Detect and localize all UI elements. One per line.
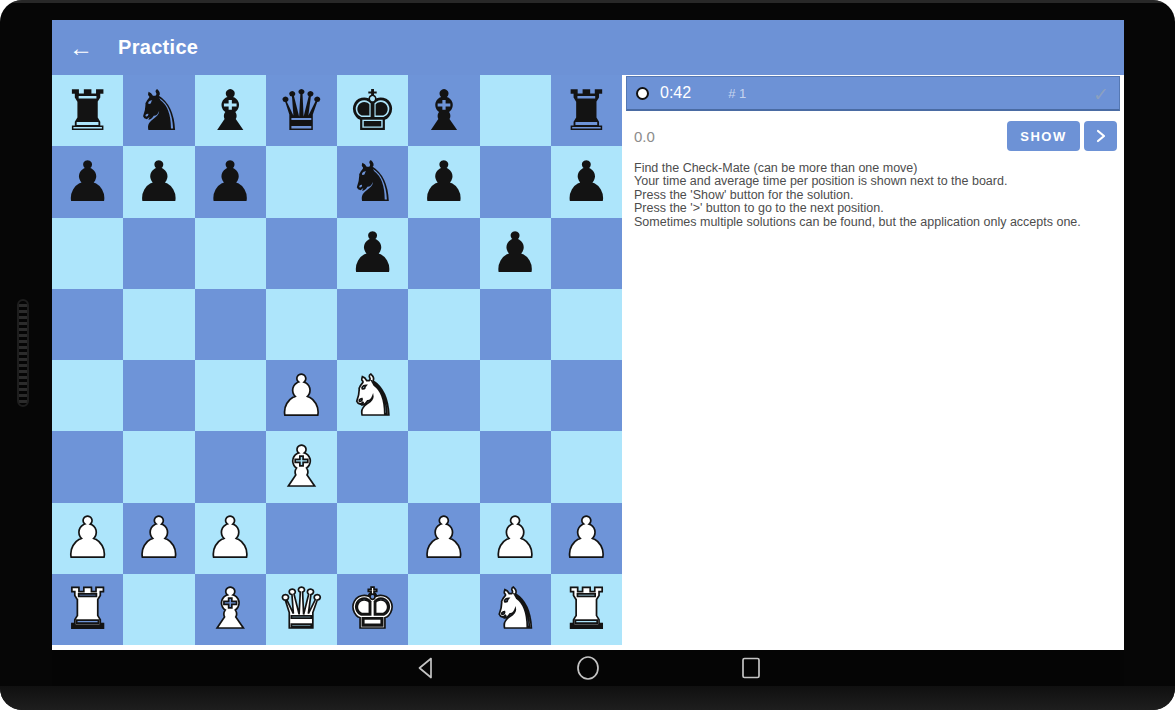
square-b6[interactable]: [123, 218, 194, 289]
square-g5[interactable]: [480, 289, 551, 360]
black-pawn-glyph: ♟: [134, 154, 184, 210]
page-title: Practice: [118, 36, 198, 59]
black-pawn-glyph: ♟: [490, 225, 540, 281]
square-b8[interactable]: ♞: [123, 75, 194, 146]
square-c5[interactable]: [195, 289, 266, 360]
square-c7[interactable]: ♟: [195, 146, 266, 217]
square-f4[interactable]: [408, 360, 479, 431]
square-d2[interactable]: [266, 503, 337, 574]
square-d8[interactable]: ♛: [266, 75, 337, 146]
square-d1[interactable]: ♛: [266, 574, 337, 645]
speaker-grille: [17, 299, 29, 407]
device-top-edge: [0, 0, 1175, 3]
square-b4[interactable]: [123, 360, 194, 431]
square-g2[interactable]: ♟: [480, 503, 551, 574]
square-g8[interactable]: [480, 75, 551, 146]
white-pawn-glyph: ♟: [561, 510, 611, 566]
tablet-frame: ← Practice ♜♞♝♛♚♝♜♟♟♟♞♟♟♟♟♟♞♝♟♟♟♟♟♟♜♝♛♚♞…: [0, 0, 1175, 710]
square-c4[interactable]: [195, 360, 266, 431]
timer-value: 0:42: [660, 84, 691, 102]
white-pawn-glyph: ♟: [205, 510, 255, 566]
square-c1[interactable]: ♝: [195, 574, 266, 645]
square-h8[interactable]: ♜: [551, 75, 622, 146]
check-icon: ✓: [1093, 83, 1109, 106]
nav-back-icon[interactable]: [414, 655, 436, 681]
square-a3[interactable]: [52, 431, 123, 502]
square-h7[interactable]: ♟: [551, 146, 622, 217]
square-a6[interactable]: [52, 218, 123, 289]
square-d6[interactable]: [266, 218, 337, 289]
square-g6[interactable]: ♟: [480, 218, 551, 289]
square-h3[interactable]: [551, 431, 622, 502]
square-f8[interactable]: ♝: [408, 75, 479, 146]
square-b1[interactable]: [123, 574, 194, 645]
square-f6[interactable]: [408, 218, 479, 289]
square-c8[interactable]: ♝: [195, 75, 266, 146]
square-e4[interactable]: ♞: [337, 360, 408, 431]
white-rook-glyph: ♜: [561, 581, 611, 637]
white-king-glyph: ♚: [348, 581, 398, 637]
black-king-glyph: ♚: [348, 83, 398, 139]
black-knight-glyph: ♞: [348, 154, 398, 210]
white-rook-glyph: ♜: [63, 581, 113, 637]
square-g1[interactable]: ♞: [480, 574, 551, 645]
instruction-line: Find the Check-Mate (can be more than on…: [634, 162, 1118, 175]
puzzle-number: # 1: [728, 86, 746, 101]
square-e3[interactable]: [337, 431, 408, 502]
black-bishop-glyph: ♝: [205, 83, 255, 139]
square-c2[interactable]: ♟: [195, 503, 266, 574]
white-knight-glyph: ♞: [490, 581, 540, 637]
instruction-line: Press the 'Show' button for the solution…: [634, 189, 1118, 202]
square-a1[interactable]: ♜: [52, 574, 123, 645]
square-e2[interactable]: [337, 503, 408, 574]
white-pawn-glyph: ♟: [419, 510, 469, 566]
device-bottom-plate: [0, 686, 1175, 710]
timer-bar: 0:42 # 1 ✓: [626, 76, 1120, 111]
white-queen-glyph: ♛: [276, 581, 326, 637]
square-a5[interactable]: [52, 289, 123, 360]
square-g3[interactable]: [480, 431, 551, 502]
right-panel: 0:42 # 1 ✓ 0.0 SHOW Find the Check-Mate …: [622, 75, 1124, 650]
white-pawn-glyph: ♟: [63, 510, 113, 566]
show-button[interactable]: SHOW: [1007, 121, 1080, 151]
square-f2[interactable]: ♟: [408, 503, 479, 574]
square-a7[interactable]: ♟: [52, 146, 123, 217]
square-b3[interactable]: [123, 431, 194, 502]
square-f5[interactable]: [408, 289, 479, 360]
black-pawn-glyph: ♟: [561, 154, 611, 210]
black-pawn-glyph: ♟: [419, 154, 469, 210]
average-time-value: 0.0: [634, 128, 655, 145]
square-h1[interactable]: ♜: [551, 574, 622, 645]
android-nav-bar: [52, 650, 1124, 686]
black-bishop-glyph: ♝: [419, 83, 469, 139]
next-button[interactable]: [1084, 121, 1117, 151]
square-h5[interactable]: [551, 289, 622, 360]
white-bishop-glyph: ♝: [205, 581, 255, 637]
square-e1[interactable]: ♚: [337, 574, 408, 645]
black-pawn-glyph: ♟: [205, 154, 255, 210]
square-d3[interactable]: ♝: [266, 431, 337, 502]
square-a2[interactable]: ♟: [52, 503, 123, 574]
square-e8[interactable]: ♚: [337, 75, 408, 146]
black-rook-glyph: ♜: [63, 83, 113, 139]
nav-recents-icon[interactable]: [740, 655, 762, 681]
square-f1[interactable]: [408, 574, 479, 645]
square-e6[interactable]: ♟: [337, 218, 408, 289]
instruction-line: Press the '>' button to go to the next p…: [634, 202, 1118, 215]
app-screen: ← Practice ♜♞♝♛♚♝♜♟♟♟♞♟♟♟♟♟♞♝♟♟♟♟♟♟♜♝♛♚♞…: [52, 20, 1124, 650]
square-g7[interactable]: [480, 146, 551, 217]
back-arrow-icon[interactable]: ←: [68, 33, 94, 63]
square-d4[interactable]: ♟: [266, 360, 337, 431]
black-queen-glyph: ♛: [276, 83, 326, 139]
instruction-line: Sometimes multiple solutions can be foun…: [634, 216, 1118, 229]
square-h2[interactable]: ♟: [551, 503, 622, 574]
square-a4[interactable]: [52, 360, 123, 431]
black-pawn-glyph: ♟: [63, 154, 113, 210]
square-b2[interactable]: ♟: [123, 503, 194, 574]
square-b7[interactable]: ♟: [123, 146, 194, 217]
instructions-text: Find the Check-Mate (can be more than on…: [634, 162, 1118, 229]
square-f7[interactable]: ♟: [408, 146, 479, 217]
app-bar: ← Practice: [52, 20, 1124, 75]
black-rook-glyph: ♜: [561, 83, 611, 139]
square-b5[interactable]: [123, 289, 194, 360]
nav-home-icon[interactable]: [576, 655, 600, 681]
white-pawn-glyph: ♟: [276, 368, 326, 424]
score-row: 0.0: [634, 121, 655, 151]
chevron-right-icon: [1095, 129, 1107, 143]
white-pawn-glyph: ♟: [134, 510, 184, 566]
timer-indicator-icon: [636, 87, 649, 100]
square-f3[interactable]: [408, 431, 479, 502]
square-h6[interactable]: [551, 218, 622, 289]
square-g4[interactable]: [480, 360, 551, 431]
square-h4[interactable]: [551, 360, 622, 431]
chess-board: ♜♞♝♛♚♝♜♟♟♟♞♟♟♟♟♟♞♝♟♟♟♟♟♟♜♝♛♚♞♜: [52, 75, 622, 645]
square-c6[interactable]: [195, 218, 266, 289]
square-e7[interactable]: ♞: [337, 146, 408, 217]
instruction-line: Your time and average time per position …: [634, 175, 1118, 188]
square-e5[interactable]: [337, 289, 408, 360]
white-knight-glyph: ♞: [348, 368, 398, 424]
square-c3[interactable]: [195, 431, 266, 502]
black-knight-glyph: ♞: [134, 83, 184, 139]
black-pawn-glyph: ♟: [348, 225, 398, 281]
square-d5[interactable]: [266, 289, 337, 360]
white-bishop-glyph: ♝: [276, 439, 326, 495]
square-d7[interactable]: [266, 146, 337, 217]
white-pawn-glyph: ♟: [490, 510, 540, 566]
square-a8[interactable]: ♜: [52, 75, 123, 146]
